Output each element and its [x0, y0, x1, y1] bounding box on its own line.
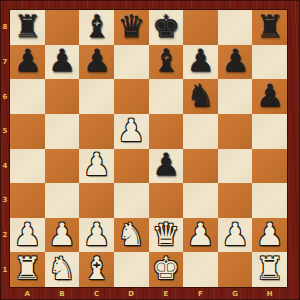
square-b3[interactable]: [45, 183, 80, 218]
square-b6[interactable]: [45, 79, 80, 114]
square-a8[interactable]: ♜: [10, 10, 45, 45]
file-label-h: H: [252, 287, 287, 300]
square-f6[interactable]: ♞: [183, 79, 218, 114]
square-g2[interactable]: ♟: [218, 218, 253, 253]
square-f4[interactable]: [183, 149, 218, 184]
rank-labels: 87654321: [0, 10, 10, 287]
rank-label-5: 5: [0, 114, 10, 149]
white-rook-h1: ♜: [256, 253, 284, 284]
black-pawn-h6: ♟: [256, 80, 284, 111]
rank-label-4: 4: [0, 149, 10, 184]
square-g4[interactable]: [218, 149, 253, 184]
square-d6[interactable]: [114, 79, 149, 114]
square-e3[interactable]: [149, 183, 184, 218]
square-g3[interactable]: [218, 183, 253, 218]
square-g8[interactable]: [218, 10, 253, 45]
square-d8[interactable]: ♛: [114, 10, 149, 45]
square-h5[interactable]: [252, 114, 287, 149]
square-g6[interactable]: [218, 79, 253, 114]
chessboard-frame: 87654321 ♜♝♛♚♜♟♟♟♝♟♟♞♟♟♟♟♟♟♟♞♛♟♟♟♜♞♝♚♜ A…: [0, 0, 300, 300]
square-e4[interactable]: ♟: [149, 149, 184, 184]
white-pawn-h2: ♟: [256, 219, 284, 250]
square-a5[interactable]: [10, 114, 45, 149]
white-knight-d2: ♞: [117, 219, 145, 250]
black-pawn-a7: ♟: [13, 45, 41, 76]
black-pawn-g7: ♟: [221, 45, 249, 76]
square-f5[interactable]: [183, 114, 218, 149]
rank-label-7: 7: [0, 45, 10, 80]
square-h8[interactable]: ♜: [252, 10, 287, 45]
square-e6[interactable]: [149, 79, 184, 114]
square-c3[interactable]: [79, 183, 114, 218]
white-pawn-c2: ♟: [83, 219, 111, 250]
square-h2[interactable]: ♟: [252, 218, 287, 253]
square-b4[interactable]: [45, 149, 80, 184]
rank-label-3: 3: [0, 183, 10, 218]
file-label-f: F: [183, 287, 218, 300]
black-bishop-c8: ♝: [83, 11, 111, 42]
square-f2[interactable]: ♟: [183, 218, 218, 253]
black-pawn-e4: ♟: [152, 149, 180, 180]
square-h4[interactable]: [252, 149, 287, 184]
square-h3[interactable]: [252, 183, 287, 218]
square-d1[interactable]: [114, 252, 149, 287]
black-pawn-b7: ♟: [48, 45, 76, 76]
black-rook-h8: ♜: [256, 11, 284, 42]
file-label-b: B: [45, 287, 80, 300]
square-f7[interactable]: ♟: [183, 45, 218, 80]
square-b8[interactable]: [45, 10, 80, 45]
square-e8[interactable]: ♚: [149, 10, 184, 45]
white-pawn-c4: ♟: [83, 149, 111, 180]
square-c6[interactable]: [79, 79, 114, 114]
square-b5[interactable]: [45, 114, 80, 149]
square-c5[interactable]: [79, 114, 114, 149]
rank-label-8: 8: [0, 10, 10, 45]
square-c1[interactable]: ♝: [79, 252, 114, 287]
file-label-c: C: [79, 287, 114, 300]
square-b1[interactable]: ♞: [45, 252, 80, 287]
square-h6[interactable]: ♟: [252, 79, 287, 114]
square-b7[interactable]: ♟: [45, 45, 80, 80]
square-f1[interactable]: [183, 252, 218, 287]
square-e2[interactable]: ♛: [149, 218, 184, 253]
square-c2[interactable]: ♟: [79, 218, 114, 253]
white-king-e1: ♚: [152, 253, 180, 284]
black-rook-a8: ♜: [13, 11, 41, 42]
square-c4[interactable]: ♟: [79, 149, 114, 184]
square-d7[interactable]: [114, 45, 149, 80]
file-label-g: G: [218, 287, 253, 300]
white-queen-e2: ♛: [152, 219, 180, 250]
black-queen-d8: ♛: [117, 11, 145, 42]
square-e5[interactable]: [149, 114, 184, 149]
square-g7[interactable]: ♟: [218, 45, 253, 80]
black-bishop-e7: ♝: [152, 45, 180, 76]
square-e1[interactable]: ♚: [149, 252, 184, 287]
square-g1[interactable]: [218, 252, 253, 287]
white-pawn-d5: ♟: [117, 115, 145, 146]
square-c8[interactable]: ♝: [79, 10, 114, 45]
square-b2[interactable]: ♟: [45, 218, 80, 253]
black-king-e8: ♚: [152, 11, 180, 42]
rank-label-6: 6: [0, 79, 10, 114]
file-label-a: A: [10, 287, 45, 300]
square-a2[interactable]: ♟: [10, 218, 45, 253]
rank-label-2: 2: [0, 218, 10, 253]
square-a3[interactable]: [10, 183, 45, 218]
square-h7[interactable]: [252, 45, 287, 80]
white-knight-b1: ♞: [48, 253, 76, 284]
black-pawn-c7: ♟: [83, 45, 111, 76]
square-g5[interactable]: [218, 114, 253, 149]
white-bishop-c1: ♝: [83, 253, 111, 284]
square-e7[interactable]: ♝: [149, 45, 184, 80]
square-a6[interactable]: [10, 79, 45, 114]
chessboard: ♜♝♛♚♜♟♟♟♝♟♟♞♟♟♟♟♟♟♟♞♛♟♟♟♜♞♝♚♜: [10, 10, 287, 287]
black-pawn-f7: ♟: [187, 45, 215, 76]
square-c7[interactable]: ♟: [79, 45, 114, 80]
square-a4[interactable]: [10, 149, 45, 184]
file-label-d: D: [114, 287, 149, 300]
square-f8[interactable]: [183, 10, 218, 45]
white-rook-a1: ♜: [13, 253, 41, 284]
square-a7[interactable]: ♟: [10, 45, 45, 80]
rank-label-1: 1: [0, 252, 10, 287]
square-h1[interactable]: ♜: [252, 252, 287, 287]
black-knight-f6: ♞: [187, 80, 215, 111]
white-pawn-b2: ♟: [48, 219, 76, 250]
square-d4[interactable]: [114, 149, 149, 184]
square-d5[interactable]: ♟: [114, 114, 149, 149]
white-pawn-a2: ♟: [13, 219, 41, 250]
square-d3[interactable]: [114, 183, 149, 218]
square-f3[interactable]: [183, 183, 218, 218]
white-pawn-f2: ♟: [187, 219, 215, 250]
square-d2[interactable]: ♞: [114, 218, 149, 253]
white-pawn-g2: ♟: [221, 219, 249, 250]
file-label-e: E: [149, 287, 184, 300]
file-labels: ABCDEFGH: [10, 287, 287, 300]
square-a1[interactable]: ♜: [10, 252, 45, 287]
